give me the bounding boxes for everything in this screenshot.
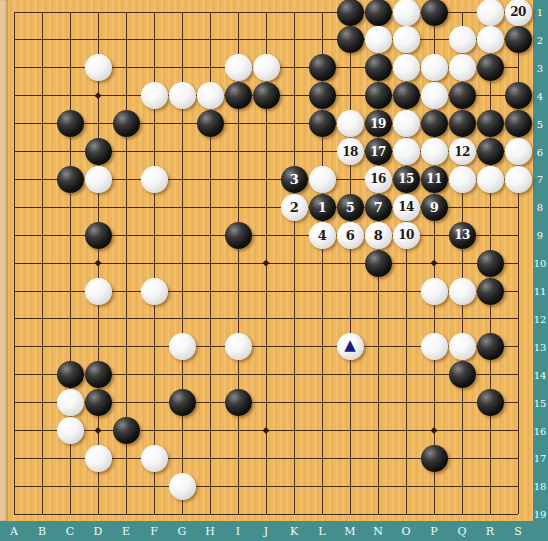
col-label-N: N bbox=[373, 526, 383, 537]
stone-N1-black[interactable] bbox=[365, 0, 392, 26]
stone-F17-white[interactable] bbox=[141, 445, 168, 472]
stone-O6-white[interactable] bbox=[393, 138, 420, 165]
move-number-label: 17 bbox=[370, 145, 386, 159]
row-label-17: 17 bbox=[534, 453, 547, 464]
stone-N4-black[interactable] bbox=[365, 82, 392, 109]
col-label-L: L bbox=[318, 526, 325, 537]
stone-N5-black[interactable]: 19 bbox=[365, 110, 392, 137]
row-label-12: 12 bbox=[534, 313, 547, 324]
col-label-J: J bbox=[264, 526, 268, 537]
stone-L5-black[interactable] bbox=[309, 110, 336, 137]
row-label-16: 16 bbox=[534, 425, 547, 436]
stone-F4-white[interactable] bbox=[141, 82, 168, 109]
move-number-label: 10 bbox=[398, 228, 414, 242]
stone-F11-white[interactable] bbox=[141, 278, 168, 305]
move-number-label: 1 bbox=[318, 200, 327, 215]
stone-M9-white[interactable]: 6 bbox=[337, 222, 364, 249]
col-label-M: M bbox=[344, 526, 355, 537]
stone-Q14-black[interactable] bbox=[449, 361, 476, 388]
stone-I9-black[interactable] bbox=[225, 222, 252, 249]
row-label-18: 18 bbox=[534, 481, 547, 492]
stone-O4-black[interactable] bbox=[393, 82, 420, 109]
stone-R7-white[interactable] bbox=[477, 166, 504, 193]
stone-P1-black[interactable] bbox=[421, 0, 448, 26]
col-label-A: A bbox=[10, 526, 18, 537]
stone-S6-white[interactable] bbox=[505, 138, 532, 165]
stone-S4-black[interactable] bbox=[505, 82, 532, 109]
col-label-G: G bbox=[178, 526, 187, 537]
stone-P7-black[interactable]: 11 bbox=[421, 166, 448, 193]
stone-N6-black[interactable]: 17 bbox=[365, 138, 392, 165]
stone-C7-black[interactable] bbox=[57, 166, 84, 193]
row-label-4: 4 bbox=[537, 90, 543, 101]
stone-D11-white[interactable] bbox=[85, 278, 112, 305]
stone-S7-white[interactable] bbox=[505, 166, 532, 193]
stone-M5-white[interactable] bbox=[337, 110, 364, 137]
stone-L3-black[interactable] bbox=[309, 54, 336, 81]
col-label-C: C bbox=[66, 526, 74, 537]
stone-J3-white[interactable] bbox=[253, 54, 280, 81]
stone-G13-white[interactable] bbox=[169, 333, 196, 360]
stone-P3-white[interactable] bbox=[421, 54, 448, 81]
stone-R6-black[interactable] bbox=[477, 138, 504, 165]
stone-I13-white[interactable] bbox=[225, 333, 252, 360]
stone-H5-black[interactable] bbox=[197, 110, 224, 137]
stone-P4-white[interactable] bbox=[421, 82, 448, 109]
row-label-5: 5 bbox=[537, 118, 543, 129]
stone-C14-black[interactable] bbox=[57, 361, 84, 388]
stone-M8-black[interactable]: 5 bbox=[337, 194, 364, 221]
stone-P17-black[interactable] bbox=[421, 445, 448, 472]
stone-K8-white[interactable]: 2 bbox=[281, 194, 308, 221]
col-label-I: I bbox=[236, 526, 240, 537]
stone-R13-black[interactable] bbox=[477, 333, 504, 360]
move-number-label: 20 bbox=[510, 5, 526, 19]
stone-I4-black[interactable] bbox=[225, 82, 252, 109]
col-label-F: F bbox=[150, 526, 158, 537]
move-number-label: 9 bbox=[430, 200, 439, 215]
col-label-B: B bbox=[38, 526, 46, 537]
row-label-14: 14 bbox=[534, 369, 547, 380]
move-number-label: 8 bbox=[374, 228, 383, 243]
stone-N10-black[interactable] bbox=[365, 250, 392, 277]
move-number-label: 4 bbox=[318, 228, 327, 243]
row-label-6: 6 bbox=[537, 146, 543, 157]
stone-N7-white[interactable]: 16 bbox=[365, 166, 392, 193]
stone-D9-black[interactable] bbox=[85, 222, 112, 249]
move-number-label: 3 bbox=[290, 172, 299, 187]
stone-G4-white[interactable] bbox=[169, 82, 196, 109]
stone-L4-black[interactable] bbox=[309, 82, 336, 109]
stone-Q11-white[interactable] bbox=[449, 278, 476, 305]
stone-E16-black[interactable] bbox=[113, 417, 140, 444]
row-label-2: 2 bbox=[537, 34, 543, 45]
stone-C5-black[interactable] bbox=[57, 110, 84, 137]
stone-M6-white[interactable]: 18 bbox=[337, 138, 364, 165]
stone-M13-white[interactable]: ▲ bbox=[337, 333, 364, 360]
stone-Q2-white[interactable] bbox=[449, 26, 476, 53]
stone-Q5-black[interactable] bbox=[449, 110, 476, 137]
row-label-3: 3 bbox=[537, 62, 543, 73]
row-label-15: 15 bbox=[534, 397, 547, 408]
move-number-label: 15 bbox=[398, 172, 414, 186]
move-number-label: 2 bbox=[290, 200, 299, 215]
triangle-marker-icon: ▲ bbox=[344, 338, 356, 353]
stone-O5-white[interactable] bbox=[393, 110, 420, 137]
col-label-S: S bbox=[514, 526, 522, 537]
stone-P13-white[interactable] bbox=[421, 333, 448, 360]
row-label-8: 8 bbox=[537, 202, 543, 213]
stone-Q7-white[interactable] bbox=[449, 166, 476, 193]
stone-R1-white[interactable] bbox=[477, 0, 504, 26]
stone-I3-white[interactable] bbox=[225, 54, 252, 81]
move-number-label: 11 bbox=[426, 172, 442, 186]
move-number-label: 6 bbox=[346, 228, 355, 243]
stone-R15-black[interactable] bbox=[477, 389, 504, 416]
stone-O3-white[interactable] bbox=[393, 54, 420, 81]
move-number-label: 18 bbox=[342, 145, 358, 159]
move-number-label: 7 bbox=[374, 200, 383, 215]
stone-I15-black[interactable] bbox=[225, 389, 252, 416]
stone-Q9-black[interactable]: 13 bbox=[449, 222, 476, 249]
stone-D15-black[interactable] bbox=[85, 389, 112, 416]
stone-P6-white[interactable] bbox=[421, 138, 448, 165]
stone-P5-black[interactable] bbox=[421, 110, 448, 137]
stone-F7-white[interactable] bbox=[141, 166, 168, 193]
stone-Q13-white[interactable] bbox=[449, 333, 476, 360]
col-label-K: K bbox=[290, 526, 298, 537]
col-label-Q: Q bbox=[457, 526, 466, 537]
stone-D7-white[interactable] bbox=[85, 166, 112, 193]
stone-L8-black[interactable]: 1 bbox=[309, 194, 336, 221]
stone-R5-black[interactable] bbox=[477, 110, 504, 137]
stone-G18-white[interactable] bbox=[169, 473, 196, 500]
stone-O1-white[interactable] bbox=[393, 0, 420, 26]
row-label-19: 19 bbox=[534, 509, 547, 520]
stone-N8-black[interactable]: 7 bbox=[365, 194, 392, 221]
stone-Q4-black[interactable] bbox=[449, 82, 476, 109]
stone-O2-white[interactable] bbox=[393, 26, 420, 53]
row-label-7: 7 bbox=[537, 174, 543, 185]
col-label-R: R bbox=[486, 526, 494, 537]
move-number-label: 12 bbox=[454, 145, 470, 159]
stone-N3-black[interactable] bbox=[365, 54, 392, 81]
row-label-1: 1 bbox=[537, 7, 543, 18]
board-grid[interactable] bbox=[0, 0, 548, 541]
stone-D14-black[interactable] bbox=[85, 361, 112, 388]
stone-C16-white[interactable] bbox=[57, 417, 84, 444]
stone-O9-white[interactable]: 10 bbox=[393, 222, 420, 249]
stone-O7-black[interactable]: 15 bbox=[393, 166, 420, 193]
stone-M1-black[interactable] bbox=[337, 0, 364, 26]
stone-D6-black[interactable] bbox=[85, 138, 112, 165]
move-number-label: 13 bbox=[454, 228, 470, 242]
stone-N9-white[interactable]: 8 bbox=[365, 222, 392, 249]
stone-R3-black[interactable] bbox=[477, 54, 504, 81]
col-label-E: E bbox=[122, 526, 130, 537]
stone-J4-black[interactable] bbox=[253, 82, 280, 109]
col-label-P: P bbox=[430, 526, 437, 537]
stone-O8-white[interactable]: 14 bbox=[393, 194, 420, 221]
move-number-label: 19 bbox=[370, 117, 386, 131]
go-game-screen: 2019181712316151121571494681013▲ ABCDEFG… bbox=[0, 0, 548, 541]
stone-L7-white[interactable] bbox=[309, 166, 336, 193]
stone-H4-white[interactable] bbox=[197, 82, 224, 109]
col-label-H: H bbox=[205, 526, 215, 537]
stone-D17-white[interactable] bbox=[85, 445, 112, 472]
stone-N2-white[interactable] bbox=[365, 26, 392, 53]
stone-R2-white[interactable] bbox=[477, 26, 504, 53]
stone-P11-white[interactable] bbox=[421, 278, 448, 305]
col-label-O: O bbox=[401, 526, 410, 537]
move-number-label: 16 bbox=[370, 172, 386, 186]
stone-K7-black[interactable]: 3 bbox=[281, 166, 308, 193]
stone-C15-white[interactable] bbox=[57, 389, 84, 416]
row-label-13: 13 bbox=[534, 341, 547, 352]
col-label-D: D bbox=[94, 526, 103, 537]
stone-L9-white[interactable]: 4 bbox=[309, 222, 336, 249]
stone-M2-black[interactable] bbox=[337, 26, 364, 53]
stone-R11-black[interactable] bbox=[477, 278, 504, 305]
stone-S2-black[interactable] bbox=[505, 26, 532, 53]
stone-S5-black[interactable] bbox=[505, 110, 532, 137]
move-number-label: 5 bbox=[346, 200, 355, 215]
row-label-9: 9 bbox=[537, 230, 543, 241]
row-label-11: 11 bbox=[534, 286, 547, 297]
stone-R10-black[interactable] bbox=[477, 250, 504, 277]
stone-E5-black[interactable] bbox=[113, 110, 140, 137]
stone-Q6-white[interactable]: 12 bbox=[449, 138, 476, 165]
stone-Q3-white[interactable] bbox=[449, 54, 476, 81]
row-label-10: 10 bbox=[534, 258, 547, 269]
move-number-label: 14 bbox=[398, 200, 414, 214]
stone-S1-white[interactable]: 20 bbox=[505, 0, 532, 26]
stone-G15-black[interactable] bbox=[169, 389, 196, 416]
stone-D3-white[interactable] bbox=[85, 54, 112, 81]
stone-P8-black[interactable]: 9 bbox=[421, 194, 448, 221]
